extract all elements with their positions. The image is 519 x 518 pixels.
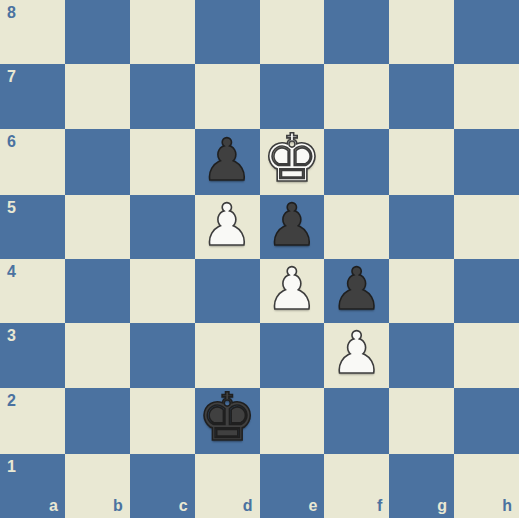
square-c7[interactable] (130, 64, 195, 128)
square-g7[interactable] (389, 64, 454, 128)
square-f4[interactable]: ♟ (324, 259, 389, 323)
square-h6[interactable] (454, 129, 519, 195)
rank-label-1: 1 (7, 459, 16, 475)
square-e2[interactable] (260, 388, 325, 454)
piece-white-pawn[interactable]: ♟ (331, 324, 383, 382)
square-f3[interactable]: ♟ (324, 323, 389, 387)
square-g4[interactable] (389, 259, 454, 323)
square-a7[interactable]: 7 (0, 64, 65, 128)
piece-black-pawn[interactable]: ♟ (331, 260, 383, 318)
square-d4[interactable] (195, 259, 260, 323)
square-h1[interactable]: h (454, 454, 519, 518)
square-f6[interactable] (324, 129, 389, 195)
square-g8[interactable] (389, 0, 454, 64)
square-e8[interactable] (260, 0, 325, 64)
square-f1[interactable]: f (324, 454, 389, 518)
square-b5[interactable] (65, 195, 130, 259)
square-h8[interactable] (454, 0, 519, 64)
square-e4[interactable]: ♟ (260, 259, 325, 323)
square-f7[interactable] (324, 64, 389, 128)
square-d7[interactable] (195, 64, 260, 128)
file-label-g: g (437, 498, 447, 514)
square-b8[interactable] (65, 0, 130, 64)
square-g2[interactable] (389, 388, 454, 454)
square-h4[interactable] (454, 259, 519, 323)
rank-label-6: 6 (7, 134, 16, 150)
file-label-d: d (243, 498, 253, 514)
square-h7[interactable] (454, 64, 519, 128)
square-g1[interactable]: g (389, 454, 454, 518)
file-label-f: f (377, 498, 382, 514)
rank-label-5: 5 (7, 200, 16, 216)
square-a4[interactable]: 4 (0, 259, 65, 323)
piece-white-pawn[interactable]: ♟ (266, 260, 318, 318)
file-label-h: h (502, 498, 512, 514)
rank-label-4: 4 (7, 264, 16, 280)
square-d8[interactable] (195, 0, 260, 64)
square-c6[interactable] (130, 129, 195, 195)
square-h3[interactable] (454, 323, 519, 387)
square-e1[interactable]: e (260, 454, 325, 518)
square-h5[interactable] (454, 195, 519, 259)
square-e5[interactable]: ♟ (260, 195, 325, 259)
square-b1[interactable]: b (65, 454, 130, 518)
square-d5[interactable]: ♟ (195, 195, 260, 259)
square-g3[interactable] (389, 323, 454, 387)
square-a5[interactable]: 5 (0, 195, 65, 259)
square-f2[interactable] (324, 388, 389, 454)
square-c8[interactable] (130, 0, 195, 64)
square-a8[interactable]: 8 (0, 0, 65, 64)
square-b7[interactable] (65, 64, 130, 128)
square-b4[interactable] (65, 259, 130, 323)
rank-label-8: 8 (7, 5, 16, 21)
rank-label-3: 3 (7, 328, 16, 344)
square-d2[interactable]: ♚ (195, 388, 260, 454)
rank-label-7: 7 (7, 69, 16, 85)
square-h2[interactable] (454, 388, 519, 454)
square-d6[interactable]: ♟ (195, 129, 260, 195)
piece-white-king[interactable]: ♚ (262, 126, 321, 192)
file-label-b: b (113, 498, 123, 514)
square-g5[interactable] (389, 195, 454, 259)
chess-board: 876♟♚5♟♟4♟♟3♟2♚1abcdefgh (0, 0, 519, 518)
square-a3[interactable]: 3 (0, 323, 65, 387)
piece-black-pawn[interactable]: ♟ (201, 131, 253, 189)
square-e3[interactable] (260, 323, 325, 387)
square-a2[interactable]: 2 (0, 388, 65, 454)
square-g6[interactable] (389, 129, 454, 195)
square-a6[interactable]: 6 (0, 129, 65, 195)
piece-black-pawn[interactable]: ♟ (266, 196, 318, 254)
square-c5[interactable] (130, 195, 195, 259)
square-c3[interactable] (130, 323, 195, 387)
square-b3[interactable] (65, 323, 130, 387)
file-label-e: e (308, 498, 317, 514)
square-e6[interactable]: ♚ (260, 129, 325, 195)
piece-white-pawn[interactable]: ♟ (201, 196, 253, 254)
file-label-a: a (49, 498, 58, 514)
file-label-c: c (179, 498, 188, 514)
square-c1[interactable]: c (130, 454, 195, 518)
square-d1[interactable]: d (195, 454, 260, 518)
square-b6[interactable] (65, 129, 130, 195)
square-f8[interactable] (324, 0, 389, 64)
square-c2[interactable] (130, 388, 195, 454)
square-b2[interactable] (65, 388, 130, 454)
square-a1[interactable]: 1a (0, 454, 65, 518)
rank-label-2: 2 (7, 393, 16, 409)
square-c4[interactable] (130, 259, 195, 323)
piece-black-king[interactable]: ♚ (197, 385, 256, 451)
square-f5[interactable] (324, 195, 389, 259)
